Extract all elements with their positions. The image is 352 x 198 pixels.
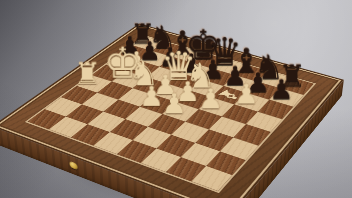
piece-white-pawn: ♟ (139, 83, 164, 110)
piece-white-rook: ♜ (74, 59, 101, 89)
brass-clasp (69, 161, 77, 170)
square-g3 (195, 129, 233, 151)
piece-black-pawn: ♟ (269, 76, 293, 103)
piece-white-pawn: ♟ (162, 90, 187, 118)
piece-white-pawn: ♟ (198, 85, 223, 113)
piece-white-pawn: ♟ (234, 80, 258, 107)
studio-scene: ♜♞♝♚♛♝♞♜♟♟♟♟♟♟♟♟♟♛♞♝♟♚♞♟♟♟♜♟♟ (0, 0, 352, 198)
